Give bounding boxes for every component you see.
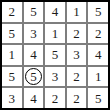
- grid-cell-r1-c2[interactable]: 1: [45, 24, 65, 44]
- cell-value: 2: [73, 27, 80, 40]
- grid-cell-r2-c0[interactable]: 1: [2, 45, 22, 65]
- cell-value: 3: [52, 70, 59, 83]
- cell-value: 1: [52, 27, 59, 40]
- cell-value: 2: [73, 70, 80, 83]
- cell-value: 2: [95, 27, 102, 40]
- puzzle-grid: 2541553122145345532134225: [0, 0, 110, 110]
- grid-cell-r2-c4[interactable]: 4: [88, 45, 108, 65]
- cell-value: 2: [9, 5, 16, 18]
- cell-value: 5: [9, 70, 16, 83]
- grid-cell-r4-c4[interactable]: 5: [88, 88, 108, 108]
- cell-value: 1: [95, 70, 102, 83]
- grid-cell-r0-c3[interactable]: 1: [67, 2, 87, 22]
- grid-cell-r3-c4[interactable]: 1: [88, 67, 108, 87]
- grid-cell-r2-c2[interactable]: 5: [45, 45, 65, 65]
- grid-cell-r2-c1[interactable]: 4: [24, 45, 44, 65]
- grid-cell-r1-c3[interactable]: 2: [67, 24, 87, 44]
- cell-value: 3: [9, 92, 16, 105]
- grid-cell-r4-c0[interactable]: 3: [2, 88, 22, 108]
- grid-cell-r1-c4[interactable]: 2: [88, 24, 108, 44]
- cell-value: 4: [95, 48, 102, 61]
- cell-value: 4: [52, 5, 59, 18]
- cell-value: 3: [73, 48, 80, 61]
- grid-cell-r2-c3[interactable]: 3: [67, 45, 87, 65]
- grid-cell-r1-c0[interactable]: 5: [2, 24, 22, 44]
- cell-value: 4: [30, 48, 37, 61]
- grid-cell-r3-c0[interactable]: 5: [2, 67, 22, 87]
- cell-value: 3: [30, 27, 37, 40]
- cell-value: 5: [95, 5, 102, 18]
- cell-value: 4: [30, 92, 37, 105]
- grid-cell-r4-c2[interactable]: 2: [45, 88, 65, 108]
- grid-cell-r4-c3[interactable]: 2: [67, 88, 87, 108]
- grid-cell-r3-c2[interactable]: 3: [45, 67, 65, 87]
- cell-value: 1: [9, 48, 16, 61]
- cell-value: 5: [52, 48, 59, 61]
- cell-value: 1: [73, 5, 80, 18]
- cell-value: 5: [30, 70, 37, 83]
- grid-cell-r0-c1[interactable]: 5: [24, 2, 44, 22]
- grid-cell-r0-c4[interactable]: 5: [88, 2, 108, 22]
- grid-cell-r3-c3[interactable]: 2: [67, 67, 87, 87]
- cell-value: 2: [52, 92, 59, 105]
- grid-cell-r1-c1[interactable]: 3: [24, 24, 44, 44]
- grid-cell-r0-c2[interactable]: 4: [45, 2, 65, 22]
- grid-cell-r3-c1[interactable]: 5: [24, 67, 44, 87]
- cell-value: 5: [95, 92, 102, 105]
- grid-cell-r0-c0[interactable]: 2: [2, 2, 22, 22]
- grid-cell-r4-c1[interactable]: 4: [24, 88, 44, 108]
- cell-value: 2: [73, 92, 80, 105]
- cell-value: 5: [30, 5, 37, 18]
- cell-value: 5: [9, 27, 16, 40]
- circle-mark: 5: [25, 68, 42, 85]
